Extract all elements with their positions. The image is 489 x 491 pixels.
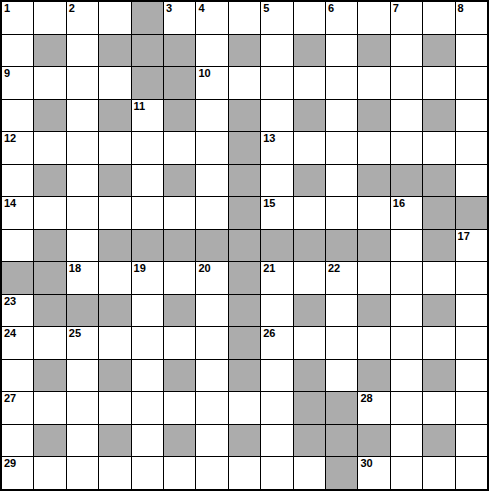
clue-number-28: 28 xyxy=(360,392,372,405)
cell-r0c7[interactable] xyxy=(229,2,260,34)
clue-number-16: 16 xyxy=(393,197,405,210)
cell-r4c2[interactable] xyxy=(67,132,98,164)
cell-r14c2[interactable] xyxy=(67,457,98,489)
cell-r1c0[interactable] xyxy=(2,35,33,67)
blocked-cell-r5c5 xyxy=(164,165,195,197)
blocked-cell-r1c11 xyxy=(358,35,389,67)
blocked-cell-r9c2 xyxy=(67,295,98,327)
blocked-cell-r6c14 xyxy=(456,197,487,229)
cell-r10c1[interactable] xyxy=(34,327,65,359)
blocked-cell-r1c13 xyxy=(423,35,454,67)
blocked-cell-r3c7 xyxy=(229,100,260,132)
cell-r4c8[interactable]: 13 xyxy=(261,132,292,164)
cell-r5c14[interactable] xyxy=(456,165,487,197)
clue-number-19: 19 xyxy=(134,262,146,275)
cell-r3c6[interactable] xyxy=(196,100,227,132)
cell-r9c12[interactable] xyxy=(391,295,422,327)
cell-r13c6[interactable] xyxy=(196,425,227,457)
clue-number-23: 23 xyxy=(4,295,16,308)
cell-r2c2[interactable] xyxy=(67,67,98,99)
cell-r11c0[interactable] xyxy=(2,360,33,392)
blocked-cell-r7c3 xyxy=(99,230,130,262)
blocked-cell-r5c1 xyxy=(34,165,65,197)
cell-r10c0[interactable]: 24 xyxy=(2,327,33,359)
cell-r2c10[interactable] xyxy=(326,67,357,99)
cell-r1c14[interactable] xyxy=(456,35,487,67)
cell-r13c2[interactable] xyxy=(67,425,98,457)
cell-r10c14[interactable] xyxy=(456,327,487,359)
cell-r2c13[interactable] xyxy=(423,67,454,99)
clue-number-21: 21 xyxy=(263,262,275,275)
cell-r3c8[interactable] xyxy=(261,100,292,132)
cell-r9c8[interactable] xyxy=(261,295,292,327)
cell-r6c0[interactable]: 14 xyxy=(2,197,33,229)
cell-r5c4[interactable] xyxy=(132,165,163,197)
blocked-cell-r7c5 xyxy=(164,230,195,262)
cell-r2c12[interactable] xyxy=(391,67,422,99)
cell-r10c8[interactable]: 26 xyxy=(261,327,292,359)
cell-r13c12[interactable] xyxy=(391,425,422,457)
cell-r8c4[interactable]: 19 xyxy=(132,262,163,294)
clue-number-24: 24 xyxy=(4,327,16,340)
cell-r8c8[interactable]: 21 xyxy=(261,262,292,294)
cell-r2c7[interactable] xyxy=(229,67,260,99)
clue-number-27: 27 xyxy=(4,392,16,405)
blocked-cell-r1c7 xyxy=(229,35,260,67)
cell-r8c2[interactable]: 18 xyxy=(67,262,98,294)
cell-r2c11[interactable] xyxy=(358,67,389,99)
cell-r12c8[interactable] xyxy=(261,392,292,424)
cell-r10c3[interactable] xyxy=(99,327,130,359)
cell-r13c8[interactable] xyxy=(261,425,292,457)
cell-r14c14[interactable] xyxy=(456,457,487,489)
blocked-cell-r9c5 xyxy=(164,295,195,327)
blocked-cell-r13c10 xyxy=(326,425,357,457)
cell-r8c6[interactable]: 20 xyxy=(196,262,227,294)
cell-r4c13[interactable] xyxy=(423,132,454,164)
blocked-cell-r9c1 xyxy=(34,295,65,327)
cell-r7c0[interactable] xyxy=(2,230,33,262)
blocked-cell-r9c7 xyxy=(229,295,260,327)
cell-r0c3[interactable] xyxy=(99,2,130,34)
cell-r6c2[interactable] xyxy=(67,197,98,229)
cell-r10c5[interactable] xyxy=(164,327,195,359)
cell-r0c5[interactable]: 3 xyxy=(164,2,195,34)
blocked-cell-r13c13 xyxy=(423,425,454,457)
cell-r6c3[interactable] xyxy=(99,197,130,229)
cell-r0c2[interactable]: 2 xyxy=(67,2,98,34)
cell-r14c12[interactable] xyxy=(391,457,422,489)
cell-r14c5[interactable] xyxy=(164,457,195,489)
blocked-cell-r7c11 xyxy=(358,230,389,262)
blocked-cell-r5c11 xyxy=(358,165,389,197)
cell-r2c14[interactable] xyxy=(456,67,487,99)
cell-r1c2[interactable] xyxy=(67,35,98,67)
cell-r1c12[interactable] xyxy=(391,35,422,67)
blocked-cell-r3c9 xyxy=(294,100,325,132)
blocked-cell-r13c11 xyxy=(358,425,389,457)
clue-number-14: 14 xyxy=(4,197,16,210)
blocked-cell-r13c7 xyxy=(229,425,260,457)
cell-r2c9[interactable] xyxy=(294,67,325,99)
blocked-cell-r11c11 xyxy=(358,360,389,392)
cell-r10c9[interactable] xyxy=(294,327,325,359)
cell-r2c3[interactable] xyxy=(99,67,130,99)
cell-r8c9[interactable] xyxy=(294,262,325,294)
cell-r4c0[interactable]: 12 xyxy=(2,132,33,164)
clue-number-13: 13 xyxy=(263,132,275,145)
clue-number-26: 26 xyxy=(263,327,275,340)
blocked-cell-r7c4 xyxy=(132,230,163,262)
cell-r2c1[interactable] xyxy=(34,67,65,99)
cell-r10c10[interactable] xyxy=(326,327,357,359)
clue-number-12: 12 xyxy=(4,132,16,145)
cell-r14c13[interactable] xyxy=(423,457,454,489)
cell-r11c12[interactable] xyxy=(391,360,422,392)
blocked-cell-r6c13 xyxy=(423,197,454,229)
cell-r7c2[interactable] xyxy=(67,230,98,262)
cell-r5c10[interactable] xyxy=(326,165,357,197)
cell-r0c14[interactable]: 8 xyxy=(456,2,487,34)
blocked-cell-r5c9 xyxy=(294,165,325,197)
blocked-cell-r14c10 xyxy=(326,457,357,489)
cell-r6c1[interactable] xyxy=(34,197,65,229)
cell-r12c3[interactable] xyxy=(99,392,130,424)
blocked-cell-r7c13 xyxy=(423,230,454,262)
blocked-cell-r13c1 xyxy=(34,425,65,457)
cell-r10c12[interactable] xyxy=(391,327,422,359)
cell-r14c3[interactable] xyxy=(99,457,130,489)
blocked-cell-r8c0 xyxy=(2,262,33,294)
cell-r10c13[interactable] xyxy=(423,327,454,359)
cell-r8c11[interactable] xyxy=(358,262,389,294)
cell-r12c6[interactable] xyxy=(196,392,227,424)
blocked-cell-r2c5 xyxy=(164,67,195,99)
blocked-cell-r1c3 xyxy=(99,35,130,67)
cell-r1c6[interactable] xyxy=(196,35,227,67)
blocked-cell-r7c9 xyxy=(294,230,325,262)
cell-r10c2[interactable]: 25 xyxy=(67,327,98,359)
crossword-grid: 1234567891011121314151617181920212223242… xyxy=(0,0,489,491)
blocked-cell-r2c4 xyxy=(132,67,163,99)
clue-number-18: 18 xyxy=(69,262,81,275)
cell-r0c10[interactable]: 6 xyxy=(326,2,357,34)
blocked-cell-r5c7 xyxy=(229,165,260,197)
cell-r3c14[interactable] xyxy=(456,100,487,132)
cell-r8c14[interactable] xyxy=(456,262,487,294)
cell-r2c0[interactable]: 9 xyxy=(2,67,33,99)
clue-number-15: 15 xyxy=(263,197,275,210)
clue-number-20: 20 xyxy=(198,262,210,275)
cell-r4c14[interactable] xyxy=(456,132,487,164)
cell-r0c9[interactable] xyxy=(294,2,325,34)
blocked-cell-r3c1 xyxy=(34,100,65,132)
blocked-cell-r7c6 xyxy=(196,230,227,262)
cell-r8c5[interactable] xyxy=(164,262,195,294)
cell-r12c1[interactable] xyxy=(34,392,65,424)
blocked-cell-r9c13 xyxy=(423,295,454,327)
cell-r4c3[interactable] xyxy=(99,132,130,164)
cell-r14c11[interactable]: 30 xyxy=(358,457,389,489)
cell-r7c14[interactable]: 17 xyxy=(456,230,487,262)
cell-r3c12[interactable] xyxy=(391,100,422,132)
blocked-cell-r5c12 xyxy=(391,165,422,197)
cell-r14c4[interactable] xyxy=(132,457,163,489)
blocked-cell-r6c7 xyxy=(229,197,260,229)
cell-r3c2[interactable] xyxy=(67,100,98,132)
cell-r12c12[interactable] xyxy=(391,392,422,424)
blocked-cell-r13c9 xyxy=(294,425,325,457)
clue-number-10: 10 xyxy=(198,67,210,80)
clue-number-4: 4 xyxy=(198,2,204,15)
clue-number-7: 7 xyxy=(393,2,399,15)
blocked-cell-r1c9 xyxy=(294,35,325,67)
blocked-cell-r1c1 xyxy=(34,35,65,67)
cell-r3c4[interactable]: 11 xyxy=(132,100,163,132)
cell-r3c0[interactable] xyxy=(2,100,33,132)
clue-number-29: 29 xyxy=(4,457,16,470)
cell-r11c14[interactable] xyxy=(456,360,487,392)
blocked-cell-r3c5 xyxy=(164,100,195,132)
blocked-cell-r9c11 xyxy=(358,295,389,327)
blocked-cell-r13c5 xyxy=(164,425,195,457)
cell-r0c6[interactable]: 4 xyxy=(196,2,227,34)
cell-r0c0[interactable]: 1 xyxy=(2,2,33,34)
cell-r4c5[interactable] xyxy=(164,132,195,164)
cell-r12c7[interactable] xyxy=(229,392,260,424)
blocked-cell-r7c8 xyxy=(261,230,292,262)
cell-r14c6[interactable] xyxy=(196,457,227,489)
cell-r12c13[interactable] xyxy=(423,392,454,424)
cell-r4c12[interactable] xyxy=(391,132,422,164)
cell-r11c8[interactable] xyxy=(261,360,292,392)
cell-r12c0[interactable]: 27 xyxy=(2,392,33,424)
clue-number-30: 30 xyxy=(360,457,372,470)
cell-r4c9[interactable] xyxy=(294,132,325,164)
blocked-cell-r1c5 xyxy=(164,35,195,67)
cell-r1c8[interactable] xyxy=(261,35,292,67)
clue-number-5: 5 xyxy=(263,2,269,15)
cell-r9c0[interactable]: 23 xyxy=(2,295,33,327)
blocked-cell-r0c4 xyxy=(132,2,163,34)
clue-number-3: 3 xyxy=(166,2,172,15)
cell-r1c10[interactable] xyxy=(326,35,357,67)
cell-r12c14[interactable] xyxy=(456,392,487,424)
clue-number-1: 1 xyxy=(4,2,10,15)
clue-number-9: 9 xyxy=(4,67,10,80)
blocked-cell-r3c13 xyxy=(423,100,454,132)
cell-r6c9[interactable] xyxy=(294,197,325,229)
cell-r8c3[interactable] xyxy=(99,262,130,294)
clue-number-17: 17 xyxy=(458,230,470,243)
cell-r13c0[interactable] xyxy=(2,425,33,457)
cell-r5c8[interactable] xyxy=(261,165,292,197)
cell-r2c8[interactable] xyxy=(261,67,292,99)
blocked-cell-r10c7 xyxy=(229,327,260,359)
cell-r10c11[interactable] xyxy=(358,327,389,359)
cell-r14c1[interactable] xyxy=(34,457,65,489)
blocked-cell-r11c9 xyxy=(294,360,325,392)
clue-number-11: 11 xyxy=(134,100,146,113)
cell-r2c6[interactable]: 10 xyxy=(196,67,227,99)
cell-r3c10[interactable] xyxy=(326,100,357,132)
blocked-cell-r11c13 xyxy=(423,360,454,392)
cell-r11c4[interactable] xyxy=(132,360,163,392)
cell-r9c4[interactable] xyxy=(132,295,163,327)
cell-r4c10[interactable] xyxy=(326,132,357,164)
blocked-cell-r8c1 xyxy=(34,262,65,294)
blocked-cell-r4c7 xyxy=(229,132,260,164)
blocked-cell-r7c10 xyxy=(326,230,357,262)
cell-r0c11[interactable] xyxy=(358,2,389,34)
clue-number-6: 6 xyxy=(328,2,334,15)
cell-r6c8[interactable]: 15 xyxy=(261,197,292,229)
blocked-cell-r7c1 xyxy=(34,230,65,262)
cell-r12c5[interactable] xyxy=(164,392,195,424)
cell-r0c12[interactable]: 7 xyxy=(391,2,422,34)
clue-number-22: 22 xyxy=(328,262,340,275)
cell-r4c11[interactable] xyxy=(358,132,389,164)
blocked-cell-r11c7 xyxy=(229,360,260,392)
blocked-cell-r9c9 xyxy=(294,295,325,327)
blocked-cell-r5c13 xyxy=(423,165,454,197)
cell-r9c10[interactable] xyxy=(326,295,357,327)
clue-number-25: 25 xyxy=(69,327,81,340)
cell-r0c8[interactable]: 5 xyxy=(261,2,292,34)
cell-r11c6[interactable] xyxy=(196,360,227,392)
blocked-cell-r11c3 xyxy=(99,360,130,392)
cell-r13c4[interactable] xyxy=(132,425,163,457)
cell-r12c4[interactable] xyxy=(132,392,163,424)
blocked-cell-r1c4 xyxy=(132,35,163,67)
cell-r13c14[interactable] xyxy=(456,425,487,457)
cell-r10c6[interactable] xyxy=(196,327,227,359)
cell-r11c10[interactable] xyxy=(326,360,357,392)
cell-r12c11[interactable]: 28 xyxy=(358,392,389,424)
clue-number-2: 2 xyxy=(69,2,75,15)
cell-r6c6[interactable] xyxy=(196,197,227,229)
cell-r4c6[interactable] xyxy=(196,132,227,164)
cell-r6c12[interactable]: 16 xyxy=(391,197,422,229)
blocked-cell-r11c1 xyxy=(34,360,65,392)
cell-r6c10[interactable] xyxy=(326,197,357,229)
cell-r8c12[interactable] xyxy=(391,262,422,294)
cell-r7c12[interactable] xyxy=(391,230,422,262)
blocked-cell-r7c7 xyxy=(229,230,260,262)
cell-r12c2[interactable] xyxy=(67,392,98,424)
blocked-cell-r12c9 xyxy=(294,392,325,424)
blocked-cell-r11c5 xyxy=(164,360,195,392)
cell-r5c0[interactable] xyxy=(2,165,33,197)
cell-r9c6[interactable] xyxy=(196,295,227,327)
cell-r5c6[interactable] xyxy=(196,165,227,197)
cell-r6c11[interactable] xyxy=(358,197,389,229)
cell-r8c13[interactable] xyxy=(423,262,454,294)
cell-r9c14[interactable] xyxy=(456,295,487,327)
cell-r4c4[interactable] xyxy=(132,132,163,164)
cell-r0c1[interactable] xyxy=(34,2,65,34)
clue-number-8: 8 xyxy=(458,2,464,15)
cell-r6c5[interactable] xyxy=(164,197,195,229)
blocked-cell-r8c7 xyxy=(229,262,260,294)
blocked-cell-r9c3 xyxy=(99,295,130,327)
blocked-cell-r12c10 xyxy=(326,392,357,424)
cell-r4c1[interactable] xyxy=(34,132,65,164)
blocked-cell-r3c3 xyxy=(99,100,130,132)
cell-r5c2[interactable] xyxy=(67,165,98,197)
cell-r11c2[interactable] xyxy=(67,360,98,392)
cell-r14c9[interactable] xyxy=(294,457,325,489)
cell-r14c7[interactable] xyxy=(229,457,260,489)
blocked-cell-r5c3 xyxy=(99,165,130,197)
cell-r6c4[interactable] xyxy=(132,197,163,229)
cell-r14c8[interactable] xyxy=(261,457,292,489)
cell-r14c0[interactable]: 29 xyxy=(2,457,33,489)
cell-r10c4[interactable] xyxy=(132,327,163,359)
cell-r0c13[interactable] xyxy=(423,2,454,34)
blocked-cell-r13c3 xyxy=(99,425,130,457)
blocked-cell-r3c11 xyxy=(358,100,389,132)
cell-r8c10[interactable]: 22 xyxy=(326,262,357,294)
